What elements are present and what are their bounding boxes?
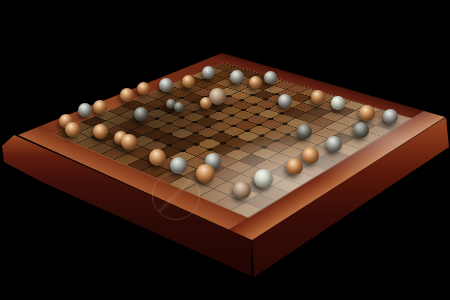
scene	[0, 0, 450, 300]
marble-gray-9[interactable]	[264, 71, 277, 84]
marble-taupe-21[interactable]	[233, 181, 251, 199]
marble-tan-3[interactable]	[137, 82, 150, 95]
marble-gray-24[interactable]	[170, 157, 187, 174]
marble-tan-1[interactable]	[93, 100, 107, 114]
marble-tan-19[interactable]	[286, 158, 303, 175]
pieces-layer	[0, 0, 450, 300]
marble-darkgray-15[interactable]	[353, 122, 369, 138]
marble-tan-25[interactable]	[149, 149, 166, 166]
marble-gray-6[interactable]	[202, 66, 215, 79]
marble-tan-2[interactable]	[120, 88, 134, 102]
marble-tan-28[interactable]	[93, 124, 108, 139]
marble-gray-4[interactable]	[159, 78, 173, 92]
marble-tan-5[interactable]	[182, 75, 195, 88]
marble-tan-13[interactable]	[359, 105, 375, 121]
marble-gray-14[interactable]	[383, 109, 398, 124]
marble-gray-31[interactable]	[78, 103, 92, 117]
marble-darkgray-35[interactable]	[174, 102, 184, 112]
marble-tan-22[interactable]	[196, 164, 215, 183]
marble-pale-20[interactable]	[254, 169, 273, 188]
marble-darkgray-17[interactable]	[297, 124, 312, 139]
marble-tan-33[interactable]	[200, 97, 212, 109]
marble-pale-12[interactable]	[331, 96, 345, 110]
marble-gray-10[interactable]	[278, 94, 292, 108]
marble-tan-8[interactable]	[249, 76, 262, 89]
marble-tan-11[interactable]	[311, 90, 325, 104]
marble-tan-18[interactable]	[302, 147, 319, 164]
marble-tan-29[interactable]	[65, 122, 80, 137]
marble-gray-7[interactable]	[230, 70, 244, 84]
marble-gray-16[interactable]	[326, 136, 342, 152]
marble-darkgray-36[interactable]	[134, 107, 148, 121]
marble-tan-26[interactable]	[121, 134, 137, 150]
